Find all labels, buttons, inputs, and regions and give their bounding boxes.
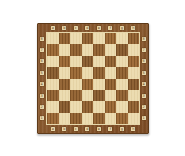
square-f6[interactable] [105, 56, 117, 67]
coord-1-left: 1 [40, 116, 44, 120]
coord-3-left: 3 [40, 94, 44, 98]
square-g7[interactable] [116, 44, 128, 55]
square-d8[interactable] [82, 33, 94, 44]
coord-7-right: 7 [142, 48, 146, 52]
square-g6[interactable] [116, 56, 128, 67]
square-c6[interactable] [70, 56, 82, 67]
square-d1[interactable] [82, 113, 94, 124]
square-f3[interactable] [105, 90, 117, 101]
coord-6-right: 6 [142, 59, 146, 63]
square-e8[interactable] [93, 33, 105, 44]
coord-c-bottom: c [74, 127, 78, 131]
square-a4[interactable] [47, 79, 59, 90]
square-b7[interactable] [59, 44, 71, 55]
square-c5[interactable] [70, 67, 82, 78]
coord-d-bottom: d [85, 127, 89, 131]
square-b2[interactable] [59, 101, 71, 112]
square-a6[interactable] [47, 56, 59, 67]
coord-b-bottom: b [62, 127, 66, 131]
coord-h-top: h [131, 26, 135, 30]
square-f5[interactable] [105, 67, 117, 78]
square-c2[interactable] [70, 101, 82, 112]
square-a1[interactable] [47, 113, 59, 124]
square-a8[interactable] [47, 33, 59, 44]
square-b4[interactable] [59, 79, 71, 90]
square-h7[interactable] [128, 44, 140, 55]
square-g2[interactable] [116, 101, 128, 112]
coord-3-right: 3 [142, 94, 146, 98]
square-e6[interactable] [93, 56, 105, 67]
square-g3[interactable] [116, 90, 128, 101]
square-f4[interactable] [105, 79, 117, 90]
square-c1[interactable] [70, 113, 82, 124]
coord-d-top: d [85, 26, 89, 30]
square-b8[interactable] [59, 33, 71, 44]
coord-g-top: g [120, 26, 124, 30]
square-g8[interactable] [116, 33, 128, 44]
square-h8[interactable] [128, 33, 140, 44]
coord-a-top: a [51, 26, 55, 30]
square-a7[interactable] [47, 44, 59, 55]
square-e5[interactable] [93, 67, 105, 78]
square-e7[interactable] [93, 44, 105, 55]
square-c4[interactable] [70, 79, 82, 90]
coord-g-bottom: g [120, 127, 124, 131]
coord-4-right: 4 [142, 82, 146, 86]
coord-1-right: 1 [142, 116, 146, 120]
coord-4-left: 4 [40, 82, 44, 86]
square-d3[interactable] [82, 90, 94, 101]
square-f8[interactable] [105, 33, 117, 44]
coord-h-bottom: h [131, 127, 135, 131]
square-e4[interactable] [93, 79, 105, 90]
square-b6[interactable] [59, 56, 71, 67]
square-a2[interactable] [47, 101, 59, 112]
coord-f-bottom: f [108, 127, 112, 131]
coord-2-right: 2 [142, 105, 146, 109]
coord-b-top: b [62, 26, 66, 30]
square-b5[interactable] [59, 67, 71, 78]
square-e2[interactable] [93, 101, 105, 112]
square-h3[interactable] [128, 90, 140, 101]
chess-board [46, 32, 140, 125]
square-h2[interactable] [128, 101, 140, 112]
coord-f-top: f [108, 26, 112, 30]
coord-2-left: 2 [40, 105, 44, 109]
coord-6-left: 6 [40, 59, 44, 63]
coord-e-top: e [97, 26, 101, 30]
square-f1[interactable] [105, 113, 117, 124]
square-d4[interactable] [82, 79, 94, 90]
square-d5[interactable] [82, 67, 94, 78]
coord-8-right: 8 [142, 37, 146, 41]
square-f7[interactable] [105, 44, 117, 55]
chess-board-frame: abcdefghabcdefgh8765432187654321 [37, 23, 149, 134]
coord-5-left: 5 [40, 71, 44, 75]
square-d6[interactable] [82, 56, 94, 67]
square-g5[interactable] [116, 67, 128, 78]
square-a5[interactable] [47, 67, 59, 78]
square-b1[interactable] [59, 113, 71, 124]
coord-c-top: c [74, 26, 78, 30]
square-f2[interactable] [105, 101, 117, 112]
square-e1[interactable] [93, 113, 105, 124]
coord-5-right: 5 [142, 71, 146, 75]
square-d7[interactable] [82, 44, 94, 55]
square-d2[interactable] [82, 101, 94, 112]
square-h5[interactable] [128, 67, 140, 78]
coord-a-bottom: a [51, 127, 55, 131]
square-b3[interactable] [59, 90, 71, 101]
square-h4[interactable] [128, 79, 140, 90]
square-h6[interactable] [128, 56, 140, 67]
square-c8[interactable] [70, 33, 82, 44]
photo-background: abcdefghabcdefgh8765432187654321 [0, 0, 185, 156]
coord-8-left: 8 [40, 37, 44, 41]
square-g4[interactable] [116, 79, 128, 90]
coord-7-left: 7 [40, 48, 44, 52]
square-e3[interactable] [93, 90, 105, 101]
square-h1[interactable] [128, 113, 140, 124]
square-c3[interactable] [70, 90, 82, 101]
square-c7[interactable] [70, 44, 82, 55]
square-a3[interactable] [47, 90, 59, 101]
square-g1[interactable] [116, 113, 128, 124]
coord-e-bottom: e [97, 127, 101, 131]
